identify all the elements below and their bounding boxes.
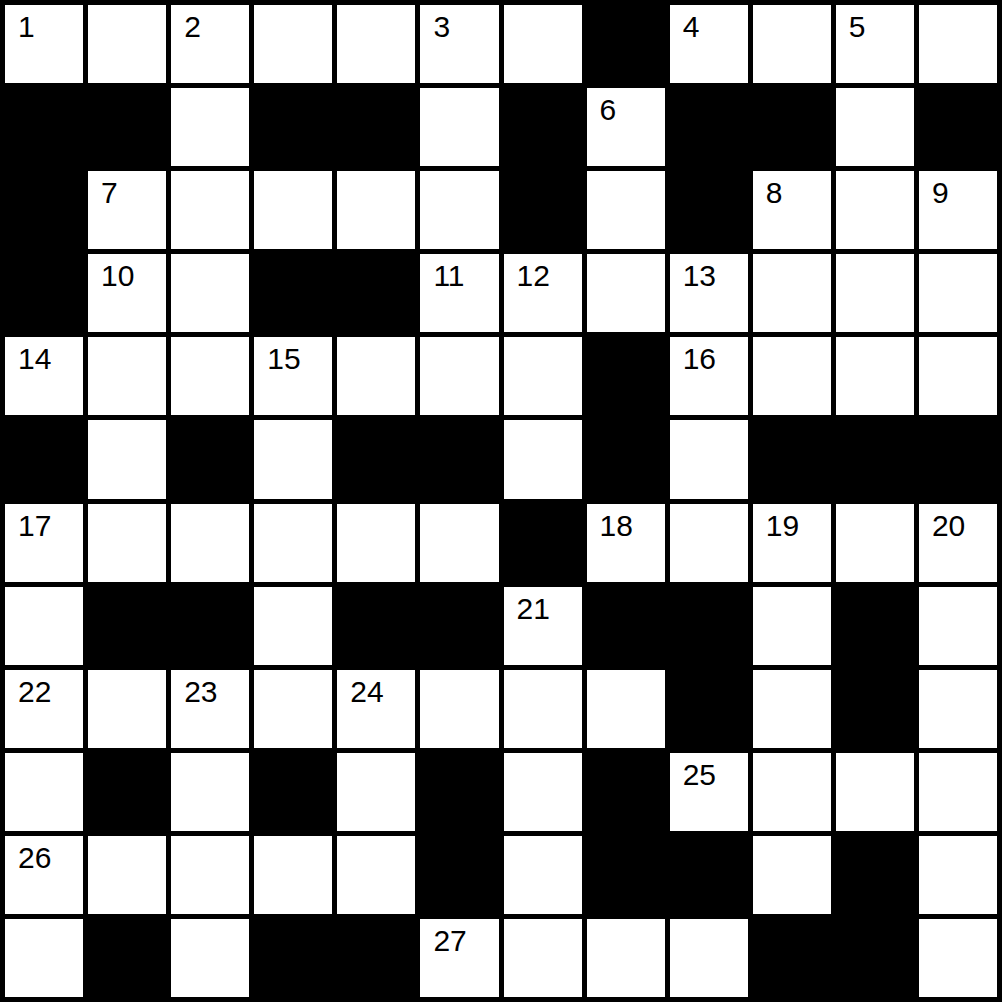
white-cell-r4c6[interactable] xyxy=(504,337,582,415)
white-cell-r11c7[interactable] xyxy=(587,919,665,997)
white-cell-r10c1[interactable] xyxy=(88,836,166,914)
white-cell-r11c11[interactable] xyxy=(919,919,997,997)
white-cell-r0c11[interactable] xyxy=(919,5,997,83)
white-cell-r3c11[interactable] xyxy=(919,254,997,332)
black-cell-r10c7 xyxy=(587,836,665,914)
white-cell-r0c5[interactable]: 3 xyxy=(420,5,498,83)
clue-number-1: 1 xyxy=(18,12,35,42)
black-cell-r7c4 xyxy=(337,587,415,665)
clue-number-13: 13 xyxy=(683,261,716,291)
white-cell-r2c1[interactable]: 7 xyxy=(88,171,166,249)
clue-number-17: 17 xyxy=(18,511,51,541)
white-cell-r2c9[interactable]: 8 xyxy=(753,171,831,249)
black-cell-r7c1 xyxy=(88,587,166,665)
black-cell-r1c1 xyxy=(88,88,166,166)
clue-number-22: 22 xyxy=(18,677,51,707)
white-cell-r2c3[interactable] xyxy=(254,171,332,249)
black-cell-r11c3 xyxy=(254,919,332,997)
black-cell-r7c8 xyxy=(670,587,748,665)
black-cell-r3c0 xyxy=(5,254,83,332)
clue-number-2: 2 xyxy=(184,12,201,42)
black-cell-r11c9 xyxy=(753,919,831,997)
white-cell-r6c5[interactable] xyxy=(420,504,498,582)
white-cell-r1c2[interactable] xyxy=(171,88,249,166)
white-cell-r6c4[interactable] xyxy=(337,504,415,582)
white-cell-r9c2[interactable] xyxy=(171,753,249,831)
black-cell-r5c11 xyxy=(919,420,997,498)
white-cell-r8c0[interactable]: 22 xyxy=(5,670,83,748)
white-cell-r1c5[interactable] xyxy=(420,88,498,166)
white-cell-r3c2[interactable] xyxy=(171,254,249,332)
white-cell-r3c7[interactable] xyxy=(587,254,665,332)
white-cell-r8c6[interactable] xyxy=(504,670,582,748)
white-cell-r8c4[interactable]: 24 xyxy=(337,670,415,748)
white-cell-r11c8[interactable] xyxy=(670,919,748,997)
white-cell-r0c8[interactable]: 4 xyxy=(670,5,748,83)
black-cell-r1c9 xyxy=(753,88,831,166)
white-cell-r8c3[interactable] xyxy=(254,670,332,748)
clue-number-6: 6 xyxy=(600,95,617,125)
white-cell-r2c2[interactable] xyxy=(171,171,249,249)
white-cell-r11c6[interactable] xyxy=(504,919,582,997)
white-cell-r6c3[interactable] xyxy=(254,504,332,582)
white-cell-r5c8[interactable] xyxy=(670,420,748,498)
clue-number-5: 5 xyxy=(849,12,866,42)
black-cell-r10c8 xyxy=(670,836,748,914)
black-cell-r11c10 xyxy=(836,919,914,997)
white-cell-r6c10[interactable] xyxy=(836,504,914,582)
white-cell-r6c0[interactable]: 17 xyxy=(5,504,83,582)
black-cell-r3c4 xyxy=(337,254,415,332)
clue-number-18: 18 xyxy=(600,511,633,541)
white-cell-r9c9[interactable] xyxy=(753,753,831,831)
white-cell-r8c5[interactable] xyxy=(420,670,498,748)
white-cell-r7c6[interactable]: 21 xyxy=(504,587,582,665)
black-cell-r5c2 xyxy=(171,420,249,498)
clue-number-23: 23 xyxy=(184,677,217,707)
clue-number-14: 14 xyxy=(18,344,51,374)
clue-number-8: 8 xyxy=(766,178,783,208)
white-cell-r10c11[interactable] xyxy=(919,836,997,914)
black-cell-r10c10 xyxy=(836,836,914,914)
white-cell-r0c1[interactable] xyxy=(88,5,166,83)
black-cell-r4c7 xyxy=(587,337,665,415)
black-cell-r1c11 xyxy=(919,88,997,166)
white-cell-r11c2[interactable] xyxy=(171,919,249,997)
black-cell-r11c4 xyxy=(337,919,415,997)
black-cell-r8c8 xyxy=(670,670,748,748)
clue-number-11: 11 xyxy=(433,261,464,291)
white-cell-r1c10[interactable] xyxy=(836,88,914,166)
clue-number-20: 20 xyxy=(932,511,965,541)
black-cell-r2c0 xyxy=(5,171,83,249)
clue-number-21: 21 xyxy=(517,594,550,624)
white-cell-r10c6[interactable] xyxy=(504,836,582,914)
white-cell-r7c3[interactable] xyxy=(254,587,332,665)
black-cell-r1c8 xyxy=(670,88,748,166)
white-cell-r0c3[interactable] xyxy=(254,5,332,83)
black-cell-r1c4 xyxy=(337,88,415,166)
white-cell-r4c11[interactable] xyxy=(919,337,997,415)
clue-number-15: 15 xyxy=(267,344,300,374)
white-cell-r0c4[interactable] xyxy=(337,5,415,83)
black-cell-r5c5 xyxy=(420,420,498,498)
white-cell-r3c10[interactable] xyxy=(836,254,914,332)
white-cell-r0c2[interactable]: 2 xyxy=(171,5,249,83)
clue-number-9: 9 xyxy=(932,178,949,208)
white-cell-r4c3[interactable]: 15 xyxy=(254,337,332,415)
black-cell-r2c8 xyxy=(670,171,748,249)
black-cell-r5c10 xyxy=(836,420,914,498)
white-cell-r3c5[interactable]: 11 xyxy=(420,254,498,332)
black-cell-r9c1 xyxy=(88,753,166,831)
white-cell-r7c0[interactable] xyxy=(5,587,83,665)
white-cell-r8c9[interactable] xyxy=(753,670,831,748)
black-cell-r5c9 xyxy=(753,420,831,498)
white-cell-r9c4[interactable] xyxy=(337,753,415,831)
black-cell-r7c7 xyxy=(587,587,665,665)
white-cell-r4c4[interactable] xyxy=(337,337,415,415)
white-cell-r8c7[interactable] xyxy=(587,670,665,748)
clue-number-7: 7 xyxy=(101,178,118,208)
white-cell-r10c0[interactable]: 26 xyxy=(5,836,83,914)
white-cell-r5c6[interactable] xyxy=(504,420,582,498)
black-cell-r11c1 xyxy=(88,919,166,997)
clue-number-12: 12 xyxy=(517,261,550,291)
white-cell-r2c11[interactable]: 9 xyxy=(919,171,997,249)
black-cell-r8c10 xyxy=(836,670,914,748)
clue-number-3: 3 xyxy=(433,12,450,42)
black-cell-r7c5 xyxy=(420,587,498,665)
black-cell-r2c6 xyxy=(504,171,582,249)
black-cell-r9c3 xyxy=(254,753,332,831)
white-cell-r9c0[interactable] xyxy=(5,753,83,831)
black-cell-r3c3 xyxy=(254,254,332,332)
crossword-grid: 1234567891011121314151617181920212223242… xyxy=(0,0,1002,1002)
black-cell-r6c6 xyxy=(504,504,582,582)
white-cell-r11c0[interactable] xyxy=(5,919,83,997)
white-cell-r7c9[interactable] xyxy=(753,587,831,665)
clue-number-19: 19 xyxy=(766,511,799,541)
clue-number-25: 25 xyxy=(683,760,716,790)
white-cell-r4c1[interactable] xyxy=(88,337,166,415)
white-cell-r3c9[interactable] xyxy=(753,254,831,332)
black-cell-r5c0 xyxy=(5,420,83,498)
white-cell-r3c6[interactable]: 12 xyxy=(504,254,582,332)
black-cell-r1c6 xyxy=(504,88,582,166)
white-cell-r0c9[interactable] xyxy=(753,5,831,83)
white-cell-r4c8[interactable]: 16 xyxy=(670,337,748,415)
white-cell-r4c9[interactable] xyxy=(753,337,831,415)
white-cell-r5c3[interactable] xyxy=(254,420,332,498)
clue-number-24: 24 xyxy=(350,677,383,707)
black-cell-r9c7 xyxy=(587,753,665,831)
white-cell-r4c10[interactable] xyxy=(836,337,914,415)
white-cell-r0c0[interactable]: 1 xyxy=(5,5,83,83)
white-cell-r5c1[interactable] xyxy=(88,420,166,498)
clue-number-27: 27 xyxy=(433,926,466,956)
white-cell-r10c2[interactable] xyxy=(171,836,249,914)
white-cell-r6c1[interactable] xyxy=(88,504,166,582)
white-cell-r2c4[interactable] xyxy=(337,171,415,249)
clue-number-16: 16 xyxy=(683,344,716,374)
white-cell-r9c11[interactable] xyxy=(919,753,997,831)
white-cell-r9c6[interactable] xyxy=(504,753,582,831)
black-cell-r1c0 xyxy=(5,88,83,166)
black-cell-r5c4 xyxy=(337,420,415,498)
white-cell-r8c2[interactable]: 23 xyxy=(171,670,249,748)
white-cell-r1c7[interactable]: 6 xyxy=(587,88,665,166)
white-cell-r8c1[interactable] xyxy=(88,670,166,748)
black-cell-r5c7 xyxy=(587,420,665,498)
white-cell-r4c5[interactable] xyxy=(420,337,498,415)
white-cell-r0c10[interactable]: 5 xyxy=(836,5,914,83)
white-cell-r10c3[interactable] xyxy=(254,836,332,914)
clue-number-10: 10 xyxy=(101,261,134,291)
black-cell-r7c10 xyxy=(836,587,914,665)
white-cell-r2c10[interactable] xyxy=(836,171,914,249)
white-cell-r2c7[interactable] xyxy=(587,171,665,249)
white-cell-r6c9[interactable]: 19 xyxy=(753,504,831,582)
white-cell-r6c11[interactable]: 20 xyxy=(919,504,997,582)
white-cell-r6c7[interactable]: 18 xyxy=(587,504,665,582)
white-cell-r3c8[interactable]: 13 xyxy=(670,254,748,332)
white-cell-r4c2[interactable] xyxy=(171,337,249,415)
clue-number-4: 4 xyxy=(683,12,700,42)
black-cell-r0c7 xyxy=(587,5,665,83)
black-cell-r9c5 xyxy=(420,753,498,831)
white-cell-r2c5[interactable] xyxy=(420,171,498,249)
white-cell-r8c11[interactable] xyxy=(919,670,997,748)
white-cell-r9c8[interactable]: 25 xyxy=(670,753,748,831)
white-cell-r3c1[interactable]: 10 xyxy=(88,254,166,332)
white-cell-r6c8[interactable] xyxy=(670,504,748,582)
white-cell-r0c6[interactable] xyxy=(504,5,582,83)
white-cell-r9c10[interactable] xyxy=(836,753,914,831)
white-cell-r4c0[interactable]: 14 xyxy=(5,337,83,415)
black-cell-r1c3 xyxy=(254,88,332,166)
clue-number-26: 26 xyxy=(18,843,51,873)
black-cell-r10c5 xyxy=(420,836,498,914)
white-cell-r10c9[interactable] xyxy=(753,836,831,914)
white-cell-r6c2[interactable] xyxy=(171,504,249,582)
white-cell-r10c4[interactable] xyxy=(337,836,415,914)
white-cell-r7c11[interactable] xyxy=(919,587,997,665)
white-cell-r11c5[interactable]: 27 xyxy=(420,919,498,997)
black-cell-r7c2 xyxy=(171,587,249,665)
